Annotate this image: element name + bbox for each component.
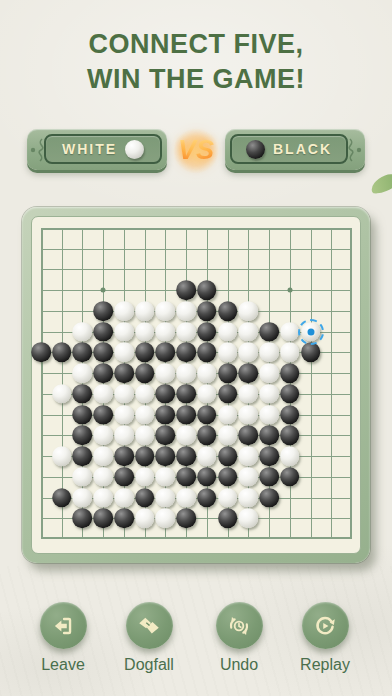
black-stone	[135, 343, 155, 363]
white-stone	[93, 446, 113, 466]
grid-line-vertical	[311, 228, 312, 539]
black-stone	[73, 405, 93, 425]
white-stone	[259, 384, 279, 404]
black-stone	[301, 343, 321, 363]
leave-button-circle[interactable]	[40, 602, 87, 649]
replay-label: Replay	[300, 656, 350, 674]
star-point	[101, 288, 106, 293]
black-stone	[197, 280, 217, 300]
white-stone	[239, 343, 259, 363]
black-stone	[259, 446, 279, 466]
black-stone	[114, 363, 134, 383]
grid-line-vertical	[331, 228, 332, 539]
black-stone	[280, 467, 300, 487]
black-stone	[259, 322, 279, 342]
black-stone	[197, 322, 217, 342]
black-stone	[156, 384, 176, 404]
white-stone	[176, 363, 196, 383]
game-board-surface	[31, 216, 361, 554]
black-stone	[280, 405, 300, 425]
grid-line-vertical	[350, 228, 352, 539]
leaf-decoration-icon	[368, 171, 392, 196]
black-stone	[52, 488, 72, 508]
white-stone	[73, 322, 93, 342]
white-stone	[239, 508, 259, 528]
black-stone	[73, 426, 93, 446]
white-stone	[93, 488, 113, 508]
black-stone	[156, 405, 176, 425]
board-grid[interactable]	[41, 228, 352, 539]
white-stone	[73, 467, 93, 487]
black-stone	[259, 488, 279, 508]
black-stone	[176, 343, 196, 363]
white-stone	[135, 322, 155, 342]
black-stone	[176, 467, 196, 487]
black-stone	[259, 467, 279, 487]
black-stone	[176, 405, 196, 425]
black-stone	[280, 363, 300, 383]
black-stone	[114, 446, 134, 466]
white-stone	[197, 446, 217, 466]
white-stone	[176, 301, 196, 321]
black-stone	[239, 363, 259, 383]
white-stone	[135, 405, 155, 425]
white-stone	[218, 322, 238, 342]
grid-line-vertical	[41, 228, 43, 539]
black-player-label: BLACK	[273, 141, 332, 157]
black-stone	[93, 301, 113, 321]
grid-line-horizontal	[41, 228, 352, 230]
black-stone	[197, 301, 217, 321]
black-stone	[280, 426, 300, 446]
undo-clock-icon	[226, 613, 252, 639]
black-stone	[218, 363, 238, 383]
dogfall-button[interactable]: Dogfall	[109, 602, 189, 674]
dogfall-button-circle[interactable]	[126, 602, 173, 649]
black-stone	[156, 343, 176, 363]
replay-button-circle[interactable]	[302, 602, 349, 649]
white-stone	[135, 301, 155, 321]
leave-arrow-icon	[50, 613, 76, 639]
black-stone	[93, 363, 113, 383]
white-stone	[156, 363, 176, 383]
white-stone-icon	[125, 140, 144, 159]
game-board-frame	[22, 207, 370, 563]
black-player-badge: BLACK	[225, 129, 365, 170]
white-stone	[218, 426, 238, 446]
grid-line-horizontal	[41, 537, 352, 539]
white-stone	[135, 467, 155, 487]
white-stone	[93, 467, 113, 487]
white-stone	[280, 446, 300, 466]
white-stone	[156, 301, 176, 321]
white-stone	[52, 446, 72, 466]
black-stone	[156, 446, 176, 466]
black-stone	[73, 446, 93, 466]
leave-button[interactable]: Leave	[23, 602, 103, 674]
star-point	[287, 288, 292, 293]
black-stone	[93, 405, 113, 425]
white-stone	[239, 488, 259, 508]
black-stone	[114, 467, 134, 487]
black-stone	[218, 384, 238, 404]
white-stone	[156, 488, 176, 508]
white-stone	[114, 301, 134, 321]
white-player-label: WHITE	[62, 141, 117, 157]
black-stone	[218, 508, 238, 528]
gomoku-game-screen: CONNECT FIVE, WIN THE GAME! WHITE VS BLA…	[0, 0, 392, 696]
undo-label: Undo	[220, 656, 258, 674]
black-stone	[135, 363, 155, 383]
white-stone	[259, 405, 279, 425]
white-stone	[259, 363, 279, 383]
dogfall-label: Dogfall	[124, 656, 174, 674]
black-stone	[93, 508, 113, 528]
white-stone	[73, 488, 93, 508]
black-stone	[176, 280, 196, 300]
grid-line-horizontal	[41, 249, 352, 250]
white-player-badge: WHITE	[27, 129, 167, 170]
black-stone	[280, 384, 300, 404]
last-move-cursor-dot	[307, 328, 314, 335]
white-stone	[218, 343, 238, 363]
black-stone	[218, 301, 238, 321]
black-stone	[135, 488, 155, 508]
white-stone	[176, 426, 196, 446]
white-stone	[114, 488, 134, 508]
white-stone	[156, 467, 176, 487]
black-stone	[156, 426, 176, 446]
black-stone	[73, 384, 93, 404]
black-player-panel: BLACK	[230, 134, 348, 164]
white-stone	[280, 343, 300, 363]
white-stone	[176, 488, 196, 508]
white-stone	[135, 384, 155, 404]
page-title: CONNECT FIVE, WIN THE GAME!	[0, 27, 392, 97]
undo-button[interactable]: Undo	[199, 602, 279, 674]
white-stone	[135, 426, 155, 446]
handshake-icon	[136, 613, 162, 639]
white-stone	[197, 384, 217, 404]
black-stone	[259, 426, 279, 446]
white-stone	[93, 384, 113, 404]
black-stone	[73, 508, 93, 528]
white-stone	[93, 426, 113, 446]
black-stone	[239, 426, 259, 446]
white-stone	[52, 384, 72, 404]
black-stone	[31, 343, 51, 363]
black-stone	[93, 343, 113, 363]
white-player-panel: WHITE	[44, 134, 162, 164]
black-stone	[135, 446, 155, 466]
white-stone	[218, 488, 238, 508]
black-stone	[52, 343, 72, 363]
black-stone	[73, 343, 93, 363]
white-stone	[135, 508, 155, 528]
white-stone	[259, 343, 279, 363]
white-stone	[239, 467, 259, 487]
black-stone	[197, 488, 217, 508]
title-line-2: WIN THE GAME!	[0, 62, 392, 97]
black-stone	[197, 343, 217, 363]
white-stone	[239, 301, 259, 321]
vs-flame-icon: VS	[178, 135, 214, 166]
white-stone	[176, 322, 196, 342]
undo-button-circle[interactable]	[216, 602, 263, 649]
leave-label: Leave	[41, 656, 85, 674]
replay-icon	[312, 613, 338, 639]
white-stone	[114, 405, 134, 425]
white-stone	[197, 363, 217, 383]
white-stone	[239, 384, 259, 404]
bottom-toolbar: Leave Dogfall	[0, 602, 392, 682]
black-stone	[218, 467, 238, 487]
title-line-1: CONNECT FIVE,	[0, 27, 392, 62]
black-stone	[176, 508, 196, 528]
white-stone	[114, 384, 134, 404]
white-stone	[114, 343, 134, 363]
white-stone	[73, 363, 93, 383]
white-stone	[114, 426, 134, 446]
matchup-bar: WHITE VS BLACK	[0, 129, 392, 173]
white-stone	[114, 322, 134, 342]
white-stone	[239, 446, 259, 466]
white-stone	[239, 322, 259, 342]
black-stone-icon	[246, 140, 265, 159]
grid-line-horizontal	[41, 269, 352, 270]
black-stone	[114, 508, 134, 528]
black-stone	[176, 446, 196, 466]
black-stone	[218, 446, 238, 466]
black-stone	[197, 426, 217, 446]
black-stone	[176, 384, 196, 404]
white-stone	[156, 508, 176, 528]
replay-button[interactable]: Replay	[285, 602, 365, 674]
white-stone	[239, 405, 259, 425]
black-stone	[197, 405, 217, 425]
white-stone	[218, 405, 238, 425]
black-stone	[93, 322, 113, 342]
white-stone	[156, 322, 176, 342]
black-stone	[197, 467, 217, 487]
